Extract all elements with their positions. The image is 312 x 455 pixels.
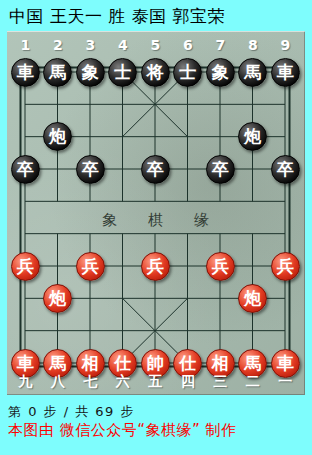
board-point[interactable] bbox=[237, 250, 270, 282]
board-point[interactable] bbox=[204, 185, 237, 217]
board-point[interactable] bbox=[74, 88, 107, 120]
piece-black-cannon[interactable]: 炮 bbox=[43, 122, 72, 151]
board-point[interactable] bbox=[172, 315, 205, 347]
board-point[interactable] bbox=[107, 121, 140, 153]
board-point[interactable]: 兵 bbox=[269, 250, 302, 282]
board-point[interactable] bbox=[237, 88, 270, 120]
board-point[interactable]: 兵 bbox=[9, 250, 42, 282]
board-point[interactable] bbox=[107, 185, 140, 217]
piece-black-elephant[interactable]: 象 bbox=[76, 58, 105, 87]
board-point[interactable] bbox=[204, 88, 237, 120]
piece-red-soldier[interactable]: 兵 bbox=[141, 252, 170, 281]
board-point[interactable]: 卒 bbox=[269, 153, 302, 185]
board-point[interactable] bbox=[269, 282, 302, 314]
board-point[interactable] bbox=[237, 315, 270, 347]
board-point[interactable] bbox=[269, 185, 302, 217]
file-label: 8 bbox=[237, 37, 270, 53]
piece-black-horse[interactable]: 馬 bbox=[43, 58, 72, 87]
board-point[interactable]: 士 bbox=[107, 56, 140, 88]
file-label: 6 bbox=[172, 37, 205, 53]
board-point[interactable] bbox=[42, 218, 75, 250]
piece-black-horse[interactable]: 馬 bbox=[238, 58, 267, 87]
board-point[interactable]: 卒 bbox=[74, 153, 107, 185]
piece-red-soldier[interactable]: 兵 bbox=[11, 252, 40, 281]
board-point[interactable] bbox=[42, 88, 75, 120]
file-label: 3 bbox=[74, 37, 107, 53]
board-point[interactable] bbox=[172, 153, 205, 185]
board-point[interactable]: 車 bbox=[9, 56, 42, 88]
board-point[interactable] bbox=[107, 250, 140, 282]
board-point[interactable] bbox=[204, 121, 237, 153]
board-point[interactable]: 卒 bbox=[9, 153, 42, 185]
piece-black-elephant[interactable]: 象 bbox=[206, 58, 235, 87]
match-title: 中国 王天一 胜 泰国 郭宝荣 bbox=[9, 5, 225, 28]
board-point[interactable]: 馬 bbox=[42, 56, 75, 88]
board-point[interactable] bbox=[139, 282, 172, 314]
piece-black-general[interactable]: 将 bbox=[141, 58, 170, 87]
file-labels-bottom: 九八七六五四三二一 bbox=[9, 373, 302, 391]
board-point[interactable] bbox=[237, 153, 270, 185]
board-point[interactable] bbox=[204, 218, 237, 250]
piece-black-chariot[interactable]: 車 bbox=[11, 58, 40, 87]
piece-black-soldier[interactable]: 卒 bbox=[206, 155, 235, 184]
board-point[interactable] bbox=[204, 282, 237, 314]
board-point[interactable] bbox=[172, 282, 205, 314]
board-point[interactable] bbox=[107, 153, 140, 185]
board-point[interactable]: 将 bbox=[139, 56, 172, 88]
file-label: 二 bbox=[237, 373, 270, 391]
board-point[interactable]: 馬 bbox=[237, 56, 270, 88]
board-point[interactable]: 炮 bbox=[237, 282, 270, 314]
board-point[interactable] bbox=[42, 185, 75, 217]
file-label: 7 bbox=[204, 37, 237, 53]
board-point[interactable]: 卒 bbox=[204, 153, 237, 185]
board-point[interactable] bbox=[9, 282, 42, 314]
board-point[interactable] bbox=[269, 88, 302, 120]
piece-red-soldier[interactable]: 兵 bbox=[271, 252, 300, 281]
file-label: 1 bbox=[9, 37, 42, 53]
board-point[interactable] bbox=[42, 153, 75, 185]
file-label: 四 bbox=[172, 373, 205, 391]
board-point[interactable] bbox=[139, 121, 172, 153]
piece-black-soldier[interactable]: 卒 bbox=[141, 155, 170, 184]
board-point[interactable]: 兵 bbox=[204, 250, 237, 282]
board-point[interactable] bbox=[42, 315, 75, 347]
board-point[interactable] bbox=[237, 218, 270, 250]
board-point[interactable]: 炮 bbox=[42, 121, 75, 153]
board-point[interactable] bbox=[172, 250, 205, 282]
board-point[interactable] bbox=[107, 88, 140, 120]
file-label: 一 bbox=[269, 373, 302, 391]
file-label: 九 bbox=[9, 373, 42, 391]
piece-black-soldier[interactable]: 卒 bbox=[76, 155, 105, 184]
board-point[interactable] bbox=[74, 185, 107, 217]
board-point[interactable]: 士 bbox=[172, 56, 205, 88]
piece-red-soldier[interactable]: 兵 bbox=[206, 252, 235, 281]
board-point[interactable] bbox=[74, 218, 107, 250]
board-point[interactable]: 兵 bbox=[139, 250, 172, 282]
board-point[interactable] bbox=[74, 282, 107, 314]
board-point[interactable] bbox=[9, 218, 42, 250]
board-point[interactable] bbox=[9, 315, 42, 347]
piece-red-cannon[interactable]: 炮 bbox=[43, 284, 72, 313]
board-point[interactable] bbox=[74, 315, 107, 347]
piece-red-soldier[interactable]: 兵 bbox=[76, 252, 105, 281]
board-point[interactable] bbox=[42, 250, 75, 282]
board-point[interactable] bbox=[172, 218, 205, 250]
piece-black-soldier[interactable]: 卒 bbox=[11, 155, 40, 184]
piece-black-cannon[interactable]: 炮 bbox=[238, 122, 267, 151]
piece-black-advisor[interactable]: 士 bbox=[108, 58, 137, 87]
piece-black-advisor[interactable]: 士 bbox=[173, 58, 202, 87]
move-counter: 第 0 步 / 共 69 步 bbox=[8, 403, 135, 421]
board-point[interactable] bbox=[9, 185, 42, 217]
board-point[interactable] bbox=[269, 218, 302, 250]
board-point[interactable]: 炮 bbox=[42, 282, 75, 314]
board-point[interactable] bbox=[237, 185, 270, 217]
board-point[interactable]: 炮 bbox=[237, 121, 270, 153]
board-point[interactable]: 象 bbox=[204, 56, 237, 88]
board-point[interactable] bbox=[74, 121, 107, 153]
board-point[interactable] bbox=[269, 121, 302, 153]
board-point[interactable] bbox=[107, 218, 140, 250]
file-label: 八 bbox=[42, 373, 75, 391]
board-point[interactable] bbox=[269, 315, 302, 347]
board-point[interactable]: 兵 bbox=[74, 250, 107, 282]
file-label: 9 bbox=[269, 37, 302, 53]
xiangqi-board: 123456789 象棋缘 車馬象士将士象馬車炮炮卒卒卒卒卒兵兵兵兵兵炮炮車馬相… bbox=[7, 31, 305, 395]
credit-text: 本图由 微信公众号“象棋缘” 制作 bbox=[8, 421, 237, 440]
board-point[interactable] bbox=[107, 282, 140, 314]
board-point[interactable] bbox=[139, 315, 172, 347]
board-point[interactable] bbox=[107, 315, 140, 347]
file-label: 5 bbox=[139, 37, 172, 53]
file-label: 六 bbox=[107, 373, 140, 391]
board-point[interactable] bbox=[139, 185, 172, 217]
board-point[interactable] bbox=[172, 88, 205, 120]
piece-black-soldier[interactable]: 卒 bbox=[271, 155, 300, 184]
piece-red-cannon[interactable]: 炮 bbox=[238, 284, 267, 313]
board-point[interactable] bbox=[172, 185, 205, 217]
board-point[interactable]: 象 bbox=[74, 56, 107, 88]
piece-black-chariot[interactable]: 車 bbox=[271, 58, 300, 87]
file-label: 五 bbox=[139, 373, 172, 391]
board-point[interactable] bbox=[139, 218, 172, 250]
board-point[interactable] bbox=[172, 121, 205, 153]
board-point[interactable]: 車 bbox=[269, 56, 302, 88]
pieces-grid: 車馬象士将士象馬車炮炮卒卒卒卒卒兵兵兵兵兵炮炮車馬相仕帥仕相馬車 bbox=[9, 56, 302, 379]
board-point[interactable]: 卒 bbox=[139, 153, 172, 185]
file-labels-top: 123456789 bbox=[9, 37, 302, 53]
board-point[interactable] bbox=[9, 88, 42, 120]
board-point[interactable] bbox=[204, 315, 237, 347]
file-label: 4 bbox=[107, 37, 140, 53]
file-label: 七 bbox=[74, 373, 107, 391]
board-point[interactable] bbox=[9, 121, 42, 153]
file-label: 2 bbox=[42, 37, 75, 53]
file-label: 三 bbox=[204, 373, 237, 391]
board-point[interactable] bbox=[139, 88, 172, 120]
